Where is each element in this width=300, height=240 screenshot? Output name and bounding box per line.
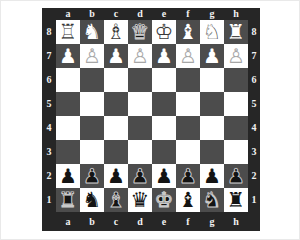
file-label-bottom-b: b: [80, 212, 104, 231]
square-f4[interactable]: [176, 116, 200, 140]
rank-label-left-4: 4: [42, 116, 56, 140]
square-c3[interactable]: [104, 140, 128, 164]
square-b4[interactable]: [80, 116, 104, 140]
piece-black-bishop[interactable]: ♝: [107, 188, 126, 212]
square-a8[interactable]: ♖: [56, 20, 80, 44]
square-e4[interactable]: [152, 116, 176, 140]
square-f1[interactable]: ♝: [176, 188, 200, 212]
square-e2[interactable]: ♟: [152, 164, 176, 188]
frame-corner: [248, 8, 260, 20]
square-h3[interactable]: [224, 140, 248, 164]
file-label-bottom-f: f: [176, 212, 200, 231]
chess-board: abcdefgh8♖♞♗♛♔♝♘♜87♟♙♟♙♟♙♟♙7665544332♟♟♟…: [42, 8, 260, 231]
square-a3[interactable]: [56, 140, 80, 164]
square-a4[interactable]: [56, 116, 80, 140]
square-h8[interactable]: ♜: [224, 20, 248, 44]
square-b7[interactable]: ♙: [80, 44, 104, 68]
square-d1[interactable]: ♛: [128, 188, 152, 212]
square-d5[interactable]: [128, 92, 152, 116]
piece-white-pawn[interactable]: ♙: [179, 44, 197, 68]
rank-label-left-2: 2: [42, 164, 56, 188]
piece-black-queen[interactable]: ♛: [131, 188, 150, 212]
rank-label-left-3: 3: [42, 140, 56, 164]
piece-black-knight[interactable]: ♞: [203, 188, 222, 212]
square-e1[interactable]: ♚: [152, 188, 176, 212]
file-label-bottom-d: d: [128, 212, 152, 231]
piece-black-rook[interactable]: ♜: [227, 188, 246, 212]
square-h5[interactable]: [224, 92, 248, 116]
piece-black-pawn[interactable]: ♟: [59, 164, 77, 188]
square-f2[interactable]: ♟: [176, 164, 200, 188]
file-label-bottom-c: c: [104, 212, 128, 231]
square-e7[interactable]: ♟: [152, 44, 176, 68]
piece-white-pawn[interactable]: ♟: [155, 44, 173, 68]
rank-label-right-8: 8: [248, 20, 260, 44]
piece-white-bishop[interactable]: ♗: [107, 20, 126, 44]
rank-label-right-5: 5: [248, 92, 260, 116]
file-label-top-d: d: [128, 8, 152, 20]
square-f3[interactable]: [176, 140, 200, 164]
square-a1[interactable]: ♜: [56, 188, 80, 212]
square-h6[interactable]: [224, 68, 248, 92]
piece-white-rook[interactable]: ♜: [227, 20, 246, 44]
square-g6[interactable]: [200, 68, 224, 92]
square-e6[interactable]: [152, 68, 176, 92]
square-b6[interactable]: [80, 68, 104, 92]
square-d3[interactable]: [128, 140, 152, 164]
rank-label-right-3: 3: [248, 140, 260, 164]
square-d8[interactable]: ♛: [128, 20, 152, 44]
rank-label-right-6: 6: [248, 68, 260, 92]
rank-label-left-7: 7: [42, 44, 56, 68]
square-c8[interactable]: ♗: [104, 20, 128, 44]
square-c5[interactable]: [104, 92, 128, 116]
piece-white-pawn[interactable]: ♟: [59, 44, 77, 68]
piece-white-pawn[interactable]: ♙: [83, 44, 101, 68]
square-g2[interactable]: ♟: [200, 164, 224, 188]
square-b2[interactable]: ♟: [80, 164, 104, 188]
square-h2[interactable]: ♟: [224, 164, 248, 188]
file-label-top-g: g: [200, 8, 224, 20]
piece-white-knight[interactable]: ♘: [203, 20, 222, 44]
piece-black-knight[interactable]: ♞: [83, 188, 102, 212]
screenshot-canvas: abcdefgh8♖♞♗♛♔♝♘♜87♟♙♟♙♟♙♟♙7665544332♟♟♟…: [0, 0, 300, 240]
rank-label-left-1: 1: [42, 188, 56, 212]
square-c2[interactable]: ♟: [104, 164, 128, 188]
square-f6[interactable]: [176, 68, 200, 92]
square-c7[interactable]: ♟: [104, 44, 128, 68]
square-h1[interactable]: ♜: [224, 188, 248, 212]
piece-black-pawn[interactable]: ♟: [131, 164, 149, 188]
file-label-top-h: h: [224, 8, 248, 20]
piece-white-knight[interactable]: ♞: [83, 20, 102, 44]
file-label-top-f: f: [176, 8, 200, 20]
file-label-top-b: b: [80, 8, 104, 20]
square-d7[interactable]: ♙: [128, 44, 152, 68]
piece-black-bishop[interactable]: ♝: [179, 188, 198, 212]
piece-white-bishop[interactable]: ♝: [179, 20, 198, 44]
square-h7[interactable]: ♙: [224, 44, 248, 68]
rank-label-left-5: 5: [42, 92, 56, 116]
square-e8[interactable]: ♔: [152, 20, 176, 44]
rank-label-right-7: 7: [248, 44, 260, 68]
square-c4[interactable]: [104, 116, 128, 140]
square-f5[interactable]: [176, 92, 200, 116]
file-label-top-a: a: [56, 8, 80, 20]
square-g3[interactable]: [200, 140, 224, 164]
piece-black-rook[interactable]: ♜: [59, 188, 78, 212]
square-f8[interactable]: ♝: [176, 20, 200, 44]
square-g8[interactable]: ♘: [200, 20, 224, 44]
square-a7[interactable]: ♟: [56, 44, 80, 68]
square-c1[interactable]: ♝: [104, 188, 128, 212]
square-c6[interactable]: [104, 68, 128, 92]
piece-white-pawn[interactable]: ♟: [203, 44, 221, 68]
square-h4[interactable]: [224, 116, 248, 140]
piece-white-king[interactable]: ♔: [155, 20, 174, 44]
piece-white-rook[interactable]: ♖: [59, 20, 78, 44]
rank-label-left-6: 6: [42, 68, 56, 92]
rank-label-right-1: 1: [248, 188, 260, 212]
piece-black-pawn[interactable]: ♟: [83, 164, 101, 188]
file-label-bottom-g: g: [200, 212, 224, 231]
piece-black-pawn[interactable]: ♟: [155, 164, 173, 188]
piece-black-pawn[interactable]: ♟: [107, 164, 125, 188]
square-f7[interactable]: ♙: [176, 44, 200, 68]
frame-corner: [42, 8, 56, 20]
square-e3[interactable]: [152, 140, 176, 164]
piece-white-pawn[interactable]: ♟: [107, 44, 125, 68]
piece-black-queen[interactable]: ♛: [131, 20, 150, 44]
square-b8[interactable]: ♞: [80, 20, 104, 44]
rank-label-right-4: 4: [248, 116, 260, 140]
rank-label-left-8: 8: [42, 20, 56, 44]
piece-black-king[interactable]: ♚: [155, 188, 174, 212]
square-b3[interactable]: [80, 140, 104, 164]
file-label-top-e: e: [152, 8, 176, 20]
square-a6[interactable]: [56, 68, 80, 92]
file-label-top-c: c: [104, 8, 128, 20]
square-b1[interactable]: ♞: [80, 188, 104, 212]
piece-black-pawn[interactable]: ♟: [227, 164, 245, 188]
piece-black-pawn[interactable]: ♟: [179, 164, 197, 188]
square-g4[interactable]: [200, 116, 224, 140]
rank-label-right-2: 2: [248, 164, 260, 188]
piece-white-pawn[interactable]: ♙: [131, 44, 149, 68]
square-g5[interactable]: [200, 92, 224, 116]
file-label-bottom-e: e: [152, 212, 176, 231]
piece-white-pawn[interactable]: ♙: [227, 44, 245, 68]
square-g7[interactable]: ♟: [200, 44, 224, 68]
square-d4[interactable]: [128, 116, 152, 140]
square-a5[interactable]: [56, 92, 80, 116]
frame-corner: [42, 212, 56, 231]
square-d2[interactable]: ♟: [128, 164, 152, 188]
file-label-bottom-h: h: [224, 212, 248, 231]
square-d6[interactable]: [128, 68, 152, 92]
square-g1[interactable]: ♞: [200, 188, 224, 212]
square-a2[interactable]: ♟: [56, 164, 80, 188]
piece-black-pawn[interactable]: ♟: [203, 164, 221, 188]
square-e5[interactable]: [152, 92, 176, 116]
square-b5[interactable]: [80, 92, 104, 116]
frame-corner: [248, 212, 260, 231]
file-label-bottom-a: a: [56, 212, 80, 231]
